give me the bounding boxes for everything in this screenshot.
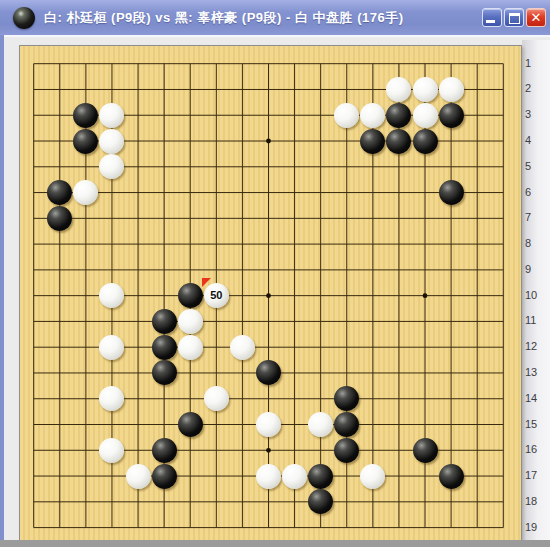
row-label-18: 18 [525,494,547,508]
row-label-10: 10 [525,288,547,302]
row-label-11: 11 [525,313,547,327]
star-point [423,293,428,298]
white-stone [99,129,124,154]
star-point [266,293,271,298]
white-stone [439,77,464,102]
black-stone [334,438,359,463]
row-label-6: 6 [525,185,547,199]
white-stone [99,335,124,360]
black-stone [152,309,177,334]
title-bar[interactable]: 白: 朴廷桓 (P9段) vs 黑: 辜梓豪 (P9段) - 白 中盘胜 (17… [0,0,550,35]
white-stone [413,103,438,128]
titlebar-highlight [0,35,550,37]
row-label-12: 12 [525,339,547,353]
black-stone [152,360,177,385]
white-stone [360,103,385,128]
window-left-border [0,35,4,547]
row-label-1: 1 [525,56,547,70]
last-move-stone: 50 [204,283,229,308]
star-point [266,139,271,144]
black-stone [73,103,98,128]
black-stone [152,335,177,360]
minimize-icon [486,20,495,23]
white-stone [308,412,333,437]
window-title: 白: 朴廷桓 (P9段) vs 黑: 辜梓豪 (P9段) - 白 中盘胜 (17… [44,9,482,27]
white-stone [282,464,307,489]
black-stone [413,129,438,154]
black-stone [47,206,72,231]
black-stone [178,283,203,308]
white-stone [413,77,438,102]
window-controls: ✕ [482,8,546,27]
black-stone [439,180,464,205]
row-label-7: 7 [525,210,547,224]
star-point [266,448,271,453]
white-stone [256,464,281,489]
go-board: 50 [19,45,522,541]
black-stone [152,438,177,463]
black-stone [152,464,177,489]
black-stone [439,103,464,128]
black-stone [413,438,438,463]
row-label-19: 19 [525,520,547,534]
row-label-17: 17 [525,468,547,482]
white-stone [204,386,229,411]
minimize-button[interactable] [482,8,502,27]
row-label-5: 5 [525,159,547,173]
black-stone [386,103,411,128]
close-button[interactable]: ✕ [526,8,546,27]
row-label-9: 9 [525,262,547,276]
maximize-button[interactable] [504,8,524,27]
black-stone [360,129,385,154]
maximize-icon [509,13,520,24]
row-label-4: 4 [525,133,547,147]
white-stone [334,103,359,128]
row-label-8: 8 [525,236,547,250]
row-label-13: 13 [525,365,547,379]
row-label-16: 16 [525,442,547,456]
row-label-14: 14 [525,391,547,405]
black-stone [439,464,464,489]
white-stone [360,464,385,489]
white-stone [230,335,255,360]
black-stone [386,129,411,154]
row-label-3: 3 [525,107,547,121]
white-stone [178,335,203,360]
row-label-2: 2 [525,81,547,95]
row-label-15: 15 [525,417,547,431]
black-stone [73,129,98,154]
app-icon-go-stone[interactable] [13,7,35,29]
white-stone [126,464,151,489]
last-move-flag-icon [202,278,211,287]
white-stone [256,412,281,437]
window-bottom-edge [0,540,550,547]
black-stone [178,412,203,437]
black-stone [308,464,333,489]
white-stone [178,309,203,334]
